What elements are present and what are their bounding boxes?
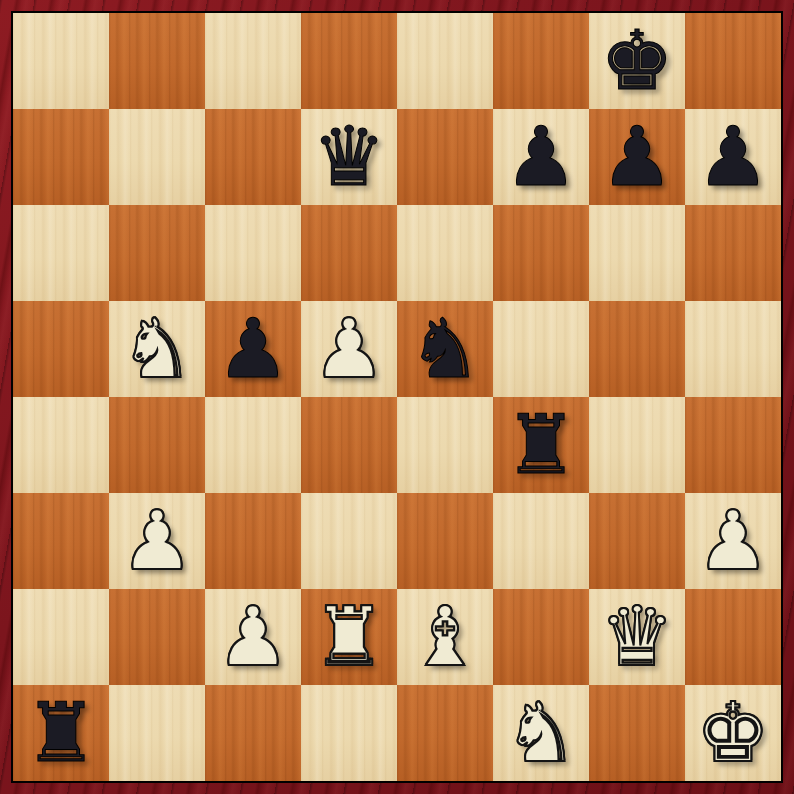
square-d3[interactable] [301,493,397,589]
square-e7[interactable] [397,109,493,205]
piece-black-rook-a1[interactable]: ♜ [24,685,98,781]
piece-black-pawn-h7[interactable]: ♟ [696,109,770,205]
square-f8[interactable] [493,13,589,109]
square-b2[interactable] [109,589,205,685]
square-f7[interactable]: ♟ [493,109,589,205]
square-a1[interactable]: ♜ [13,685,109,781]
piece-black-pawn-f7[interactable]: ♟ [504,109,578,205]
square-e5[interactable]: ♞ [397,301,493,397]
square-f6[interactable] [493,205,589,301]
square-b5[interactable]: ♞ [109,301,205,397]
square-a5[interactable] [13,301,109,397]
square-g5[interactable] [589,301,685,397]
piece-white-bishop-e2[interactable]: ♝ [408,589,482,685]
square-e4[interactable] [397,397,493,493]
board-frame: ♚♛♟♟♟♞♟♟♞♜♟♟♟♜♝♛♜♞♚ [0,0,794,794]
square-b3[interactable]: ♟ [109,493,205,589]
piece-white-pawn-h3[interactable]: ♟ [696,493,770,589]
square-d6[interactable] [301,205,397,301]
square-h7[interactable]: ♟ [685,109,781,205]
square-b4[interactable] [109,397,205,493]
piece-black-pawn-c5[interactable]: ♟ [216,301,290,397]
piece-white-pawn-c2[interactable]: ♟ [216,589,290,685]
square-f4[interactable]: ♜ [493,397,589,493]
piece-black-king-g8[interactable]: ♚ [600,13,674,109]
square-c2[interactable]: ♟ [205,589,301,685]
square-g3[interactable] [589,493,685,589]
square-e1[interactable] [397,685,493,781]
square-d5[interactable]: ♟ [301,301,397,397]
square-c5[interactable]: ♟ [205,301,301,397]
square-b1[interactable] [109,685,205,781]
piece-white-rook-d2[interactable]: ♜ [312,589,386,685]
chess-board: ♚♛♟♟♟♞♟♟♞♜♟♟♟♜♝♛♜♞♚ [13,13,781,781]
square-a7[interactable] [13,109,109,205]
square-h2[interactable] [685,589,781,685]
square-c8[interactable] [205,13,301,109]
square-d2[interactable]: ♜ [301,589,397,685]
square-g2[interactable]: ♛ [589,589,685,685]
square-b6[interactable] [109,205,205,301]
square-g1[interactable] [589,685,685,781]
square-g7[interactable]: ♟ [589,109,685,205]
piece-white-king-h1[interactable]: ♚ [696,685,770,781]
piece-black-queen-d7[interactable]: ♛ [312,109,386,205]
square-c1[interactable] [205,685,301,781]
square-e6[interactable] [397,205,493,301]
square-b8[interactable] [109,13,205,109]
square-e2[interactable]: ♝ [397,589,493,685]
piece-white-queen-g2[interactable]: ♛ [600,589,674,685]
square-f2[interactable] [493,589,589,685]
square-a2[interactable] [13,589,109,685]
square-g6[interactable] [589,205,685,301]
piece-black-rook-f4[interactable]: ♜ [504,397,578,493]
square-h6[interactable] [685,205,781,301]
square-d1[interactable] [301,685,397,781]
square-f5[interactable] [493,301,589,397]
piece-white-pawn-b3[interactable]: ♟ [120,493,194,589]
square-a3[interactable] [13,493,109,589]
square-c7[interactable] [205,109,301,205]
square-h4[interactable] [685,397,781,493]
piece-white-knight-f1[interactable]: ♞ [504,685,578,781]
piece-white-knight-b5[interactable]: ♞ [120,301,194,397]
piece-black-pawn-g7[interactable]: ♟ [600,109,674,205]
square-a4[interactable] [13,397,109,493]
square-g8[interactable]: ♚ [589,13,685,109]
square-d4[interactable] [301,397,397,493]
square-h1[interactable]: ♚ [685,685,781,781]
square-b7[interactable] [109,109,205,205]
square-f1[interactable]: ♞ [493,685,589,781]
square-e3[interactable] [397,493,493,589]
square-f3[interactable] [493,493,589,589]
square-a8[interactable] [13,13,109,109]
square-d8[interactable] [301,13,397,109]
square-h8[interactable] [685,13,781,109]
square-c3[interactable] [205,493,301,589]
square-d7[interactable]: ♛ [301,109,397,205]
square-e8[interactable] [397,13,493,109]
square-a6[interactable] [13,205,109,301]
square-g4[interactable] [589,397,685,493]
square-c6[interactable] [205,205,301,301]
board-inner-line: ♚♛♟♟♟♞♟♟♞♜♟♟♟♜♝♛♜♞♚ [11,11,783,783]
piece-black-knight-e5[interactable]: ♞ [408,301,482,397]
piece-white-pawn-d5[interactable]: ♟ [312,301,386,397]
square-h3[interactable]: ♟ [685,493,781,589]
square-h5[interactable] [685,301,781,397]
square-c4[interactable] [205,397,301,493]
